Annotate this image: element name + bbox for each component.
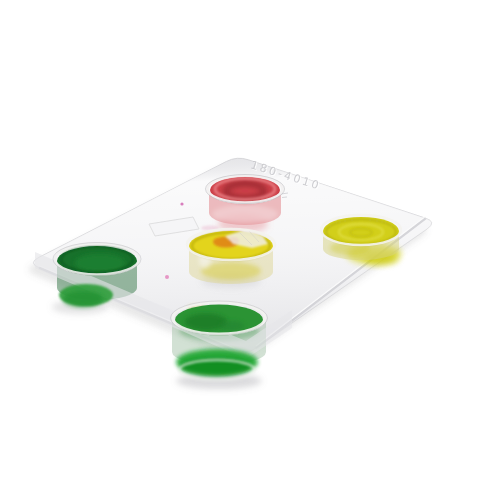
photo-canvas: 180-4010 180-4010: [0, 0, 480, 480]
liquid-dark-blob: [185, 314, 227, 331]
liquid-dark-blob-small: [220, 321, 244, 331]
pink-speck: [180, 202, 183, 205]
cup-yellow-center: [187, 229, 275, 288]
cup-wall-tint: [201, 262, 261, 280]
photo-scene: 180-4010 180-4010: [0, 0, 480, 480]
cup-bottom-green-deep: [63, 291, 103, 307]
cup-wall-sheen: [212, 205, 278, 223]
pink-speck: [165, 275, 169, 279]
